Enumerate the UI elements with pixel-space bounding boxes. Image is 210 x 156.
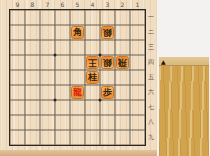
board-cell-7-2[interactable] [40, 25, 55, 40]
board-cell-5-9[interactable] [70, 130, 85, 145]
board-cell-7-9[interactable] [40, 130, 55, 145]
board-cell-3-8[interactable] [100, 115, 115, 130]
board-cell-4-7[interactable] [85, 100, 100, 115]
board-cell-3-5[interactable] [100, 70, 115, 85]
piece-gote-king-44[interactable]: 王 [86, 56, 99, 69]
piece-sente-knight-45[interactable]: 桂 [86, 71, 99, 84]
board-cell-3-1[interactable] [100, 10, 115, 25]
komadai-tray [159, 66, 209, 156]
board-cell-7-3[interactable] [40, 40, 55, 55]
piece-sente-pawn-36[interactable]: 歩 [101, 86, 114, 99]
board-cell-6-7[interactable] [55, 100, 70, 115]
board-cell-7-7[interactable] [40, 100, 55, 115]
board-cell-6-2[interactable] [55, 25, 70, 40]
board-cell-9-9[interactable] [10, 130, 25, 145]
board-cell-8-4[interactable] [25, 55, 40, 70]
board-cell-2-1[interactable] [115, 10, 130, 25]
hoshi-point [54, 54, 57, 57]
board-cell-5-1[interactable] [70, 10, 85, 25]
rank-label-6: 六 [146, 85, 156, 100]
board-cell-8-8[interactable] [25, 115, 40, 130]
board-cell-3-9[interactable] [100, 130, 115, 145]
board-cell-1-1[interactable] [130, 10, 145, 25]
board-cell-8-6[interactable] [25, 85, 40, 100]
board-cell-9-6[interactable] [10, 85, 25, 100]
rank-label-8: 八 [146, 115, 156, 130]
board-cell-2-5[interactable] [115, 70, 130, 85]
board-cell-4-6[interactable] [85, 85, 100, 100]
board-cell-7-8[interactable] [40, 115, 55, 130]
board-cell-8-1[interactable] [25, 10, 40, 25]
hoshi-point [99, 54, 102, 57]
board-cell-3-7[interactable] [100, 100, 115, 115]
hoshi-point [54, 99, 57, 102]
rank-label-7: 七 [146, 100, 156, 115]
board-cell-2-9[interactable] [115, 130, 130, 145]
rank-label-1: 一 [146, 10, 156, 25]
rank-label-9: 九 [146, 130, 156, 145]
board-cell-6-1[interactable] [55, 10, 70, 25]
rank-label-5: 五 [146, 70, 156, 85]
board-cell-4-9[interactable] [85, 130, 100, 145]
board-cell-9-1[interactable] [10, 10, 25, 25]
rank-label-3: 三 [146, 40, 156, 55]
board-cell-6-9[interactable] [55, 130, 70, 145]
piece-sente-dragon-56[interactable]: 龍 [71, 86, 84, 99]
board-cell-1-5[interactable] [130, 70, 145, 85]
board-cell-8-7[interactable] [25, 100, 40, 115]
board-edge [0, 150, 157, 156]
board-cell-6-6[interactable] [55, 85, 70, 100]
komadai-sente: ▲ [159, 57, 209, 156]
piece-sente-bishop-52[interactable]: 角 [71, 26, 84, 39]
board-cell-9-3[interactable] [10, 40, 25, 55]
sente-marker-icon: ▲ [161, 58, 166, 65]
board-cell-9-7[interactable] [10, 100, 25, 115]
komadai-header: ▲ [159, 57, 209, 66]
board-cell-8-3[interactable] [25, 40, 40, 55]
board-cell-9-2[interactable] [10, 25, 25, 40]
board-cell-7-6[interactable] [40, 85, 55, 100]
board-cell-1-2[interactable] [130, 25, 145, 40]
board-cell-4-2[interactable] [85, 25, 100, 40]
piece-gote-rook-24[interactable]: 飛 [116, 56, 129, 69]
piece-gote-silver-34[interactable]: 銀 [101, 56, 114, 69]
board-cell-5-7[interactable] [70, 100, 85, 115]
board-cell-1-7[interactable] [130, 100, 145, 115]
board-cell-2-3[interactable] [115, 40, 130, 55]
board-cell-6-5[interactable] [55, 70, 70, 85]
board-cell-1-4[interactable] [130, 55, 145, 70]
board-cell-6-3[interactable] [55, 40, 70, 55]
board-cell-1-3[interactable] [130, 40, 145, 55]
piece-gote-silver-32[interactable]: 銀 [101, 26, 114, 39]
board-cell-9-8[interactable] [10, 115, 25, 130]
board-cell-4-3[interactable] [85, 40, 100, 55]
board-cell-1-8[interactable] [130, 115, 145, 130]
shogi-board: 987654321 一二三四五六七八九 角銀王銀飛桂龍歩 [0, 0, 157, 156]
board-cell-4-8[interactable] [85, 115, 100, 130]
hoshi-point [99, 99, 102, 102]
board-cell-2-7[interactable] [115, 100, 130, 115]
board-cell-3-3[interactable] [100, 40, 115, 55]
shogi-app: 987654321 一二三四五六七八九 角銀王銀飛桂龍歩 ▲ [0, 0, 210, 156]
rank-label-4: 四 [146, 55, 156, 70]
board-cell-5-5[interactable] [70, 70, 85, 85]
board-cell-5-3[interactable] [70, 40, 85, 55]
board-cell-2-2[interactable] [115, 25, 130, 40]
board-cell-7-1[interactable] [40, 10, 55, 25]
board-cell-7-5[interactable] [40, 70, 55, 85]
board-cell-4-1[interactable] [85, 10, 100, 25]
board-cell-9-4[interactable] [10, 55, 25, 70]
board-cell-1-9[interactable] [130, 130, 145, 145]
rank-label-2: 二 [146, 25, 156, 40]
board-cell-7-4[interactable] [40, 55, 55, 70]
board-cell-5-4[interactable] [70, 55, 85, 70]
board-cell-2-6[interactable] [115, 85, 130, 100]
board-cell-9-5[interactable] [10, 70, 25, 85]
board-cell-6-8[interactable] [55, 115, 70, 130]
board-cell-8-9[interactable] [25, 130, 40, 145]
board-cell-5-8[interactable] [70, 115, 85, 130]
board-cell-6-4[interactable] [55, 55, 70, 70]
rank-labels: 一二三四五六七八九 [146, 10, 156, 145]
board-cell-8-2[interactable] [25, 25, 40, 40]
board-cell-2-8[interactable] [115, 115, 130, 130]
board-cell-8-5[interactable] [25, 70, 40, 85]
board-cell-1-6[interactable] [130, 85, 145, 100]
